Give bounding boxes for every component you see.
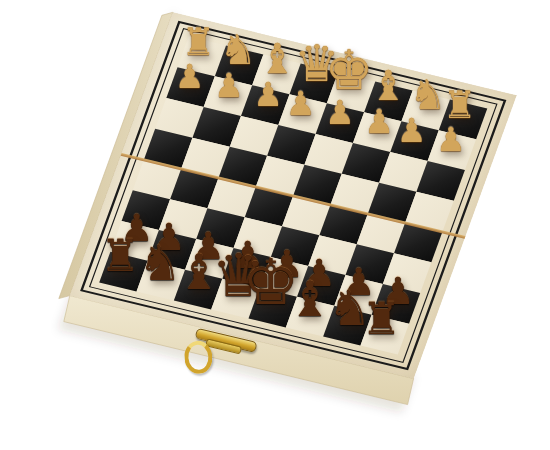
- piece-white-king[interactable]: ♚: [325, 44, 373, 98]
- piece-white-pawn[interactable]: ♟: [214, 69, 244, 102]
- piece-black-knight[interactable]: ♞: [138, 238, 181, 287]
- piece-white-pawn[interactable]: ♟: [436, 123, 466, 156]
- piece-black-rook[interactable]: ♜: [362, 296, 402, 340]
- piece-black-rook[interactable]: ♜: [101, 233, 141, 277]
- chess-box-scene: ♜♞♝♛♚♝♞♜♟♟♟♟♟♟♟♟♟♟♟♟♟♟♟♟♜♞♝♛♚♝♞♜: [0, 0, 550, 450]
- piece-white-pawn[interactable]: ♟: [286, 87, 316, 120]
- piece-white-pawn[interactable]: ♟: [397, 114, 427, 147]
- piece-black-bishop[interactable]: ♝: [288, 274, 331, 323]
- piece-white-pawn[interactable]: ♟: [325, 96, 355, 129]
- piece-white-pawn[interactable]: ♟: [253, 78, 283, 111]
- piece-white-pawn[interactable]: ♟: [364, 105, 394, 138]
- piece-white-pawn[interactable]: ♟: [175, 60, 205, 93]
